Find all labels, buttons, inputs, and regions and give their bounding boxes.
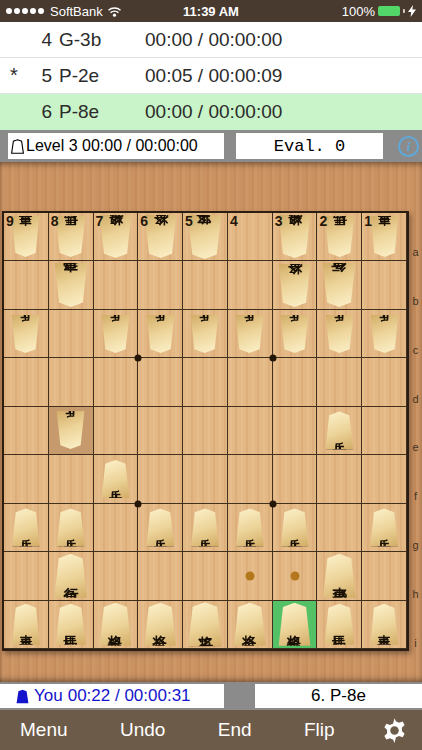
piece-silver-7a[interactable]: 銀将 — [99, 215, 132, 258]
square-4c[interactable]: 歩兵 — [228, 310, 273, 358]
gear-icon[interactable] — [381, 717, 408, 744]
square-5b[interactable] — [183, 261, 228, 309]
star-point — [135, 355, 142, 362]
square-2h[interactable]: 飛車 — [317, 552, 362, 600]
square-8g[interactable]: 歩兵 — [49, 504, 94, 552]
square-5h[interactable] — [183, 552, 228, 600]
square-8e[interactable]: 歩兵 — [49, 407, 94, 455]
square-3f[interactable] — [273, 455, 318, 503]
square-5d[interactable] — [183, 358, 228, 406]
square-7f[interactable]: 歩兵 — [94, 455, 139, 503]
last-move-text: 6. P-8e — [311, 686, 366, 706]
square-8d[interactable] — [49, 358, 94, 406]
square-1f[interactable] — [362, 455, 407, 503]
square-3h[interactable] — [273, 552, 318, 600]
sente-piece-icon — [16, 689, 29, 704]
square-1h[interactable] — [362, 552, 407, 600]
status-bar: SoftBank 11:39 AM 100% — [0, 0, 422, 22]
square-2d[interactable] — [317, 358, 362, 406]
square-8f[interactable] — [49, 455, 94, 503]
shogi-app: SoftBank 11:39 AM 100% 4G-3b00:00 / 00:0… — [0, 0, 422, 750]
piece-lance-9i[interactable]: 香車 — [11, 604, 40, 645]
square-8c[interactable] — [49, 310, 94, 358]
move-marker: * — [0, 64, 28, 87]
star-point — [135, 500, 142, 507]
piece-lance-9a[interactable]: 香車 — [11, 216, 40, 257]
clock: 11:39 AM — [183, 4, 239, 19]
shogi-board: 香車桂馬銀将金将王将銀将桂馬香車飛車金将角行歩兵歩兵歩兵歩兵歩兵歩兵歩兵歩兵歩兵… — [2, 211, 409, 651]
info-circle-icon[interactable]: i — [398, 136, 419, 157]
square-4g[interactable]: 歩兵 — [228, 504, 273, 552]
piece-pawn-4g[interactable]: 歩兵 — [235, 508, 264, 546]
star-point — [269, 355, 276, 362]
piece-pawn-4c[interactable]: 歩兵 — [235, 315, 264, 353]
eval-box: Eval. 0 — [236, 133, 383, 159]
rank-label: d — [409, 358, 422, 407]
file-label: 3 — [275, 213, 283, 229]
gote-piece-icon — [11, 139, 24, 154]
square-6h[interactable] — [138, 552, 183, 600]
file-label: 8 — [51, 213, 59, 229]
player-bar: You 00:22 / 00:00:31 6. P-8e — [0, 682, 422, 710]
square-3e[interactable] — [273, 407, 318, 455]
rank-label: e — [409, 407, 422, 456]
square-1e[interactable] — [362, 407, 407, 455]
square-5c[interactable]: 歩兵 — [183, 310, 228, 358]
piece-pawn-9c[interactable]: 歩兵 — [11, 315, 40, 353]
square-1b[interactable] — [362, 261, 407, 309]
square-4e[interactable] — [228, 407, 273, 455]
rank-label: i — [409, 602, 422, 651]
battery-icon — [378, 6, 400, 16]
toolbar-button-end[interactable]: End — [212, 715, 258, 745]
star-point — [269, 500, 276, 507]
square-6g[interactable]: 歩兵 — [138, 504, 183, 552]
file-label: 9 — [6, 213, 14, 229]
square-9f[interactable] — [4, 455, 49, 503]
square-8b[interactable]: 飛車 — [49, 261, 94, 309]
piece-bishop-2b[interactable]: 角行 — [322, 263, 356, 307]
file-label: 6 — [140, 213, 148, 229]
square-2c[interactable]: 歩兵 — [317, 310, 362, 358]
move-number: 6 — [28, 101, 52, 123]
eval-text: Eval. 0 — [274, 137, 345, 156]
move-time: 00:05 / 00:00:09 — [145, 65, 282, 87]
move-row[interactable]: 6P-8e00:00 / 00:00:00 — [0, 94, 422, 130]
rank-label: h — [409, 553, 422, 602]
piece-king-5i[interactable]: 玉将 — [187, 602, 222, 646]
rank-label: b — [409, 260, 422, 309]
toolbar-button-flip[interactable]: Flip — [298, 715, 341, 745]
piece-gold-3b[interactable]: 金将 — [278, 264, 311, 307]
carrier-name: SoftBank — [50, 4, 103, 19]
rank-label: a — [409, 211, 422, 260]
piece-pawn-1g[interactable]: 歩兵 — [370, 508, 399, 546]
move-row[interactable]: 4G-3b00:00 / 00:00:00 — [0, 22, 422, 58]
square-9e[interactable] — [4, 407, 49, 455]
piece-silver-3a[interactable]: 銀将 — [278, 215, 311, 258]
move-row[interactable]: *5P-2e00:05 / 00:00:09 — [0, 58, 422, 94]
square-4h[interactable] — [228, 552, 273, 600]
square-6e[interactable] — [138, 407, 183, 455]
player-time: 00:22 / 00:00:31 — [68, 686, 191, 706]
piece-pawn-8g[interactable]: 歩兵 — [56, 508, 85, 546]
charging-bolt-icon — [408, 5, 416, 17]
square-4d[interactable] — [228, 358, 273, 406]
square-7g[interactable] — [94, 504, 139, 552]
square-7h[interactable] — [94, 552, 139, 600]
square-9d[interactable] — [4, 358, 49, 406]
move-time: 00:00 / 00:00:00 — [145, 101, 282, 123]
piece-rook-8b[interactable]: 飛車 — [54, 263, 88, 307]
move-hint-dot — [245, 571, 254, 580]
square-3d[interactable] — [273, 358, 318, 406]
piece-pawn-6g[interactable]: 歩兵 — [146, 508, 175, 546]
toolbar-button-menu[interactable]: Menu — [14, 715, 74, 745]
square-5g[interactable]: 歩兵 — [183, 504, 228, 552]
piece-pawn-3g[interactable]: 歩兵 — [280, 508, 309, 546]
piece-pawn-5c[interactable]: 歩兵 — [190, 315, 219, 353]
piece-silver-7i[interactable]: 銀将 — [99, 603, 132, 646]
piece-bishop-8h[interactable]: 角行 — [54, 554, 88, 598]
piece-pawn-9g[interactable]: 歩兵 — [11, 508, 40, 546]
square-3c[interactable]: 歩兵 — [273, 310, 318, 358]
square-9c[interactable]: 歩兵 — [4, 310, 49, 358]
square-4b[interactable] — [228, 261, 273, 309]
move-notation: P-8e — [59, 101, 135, 123]
toolbar-button-undo[interactable]: Undo — [114, 715, 171, 745]
piece-pawn-3c[interactable]: 歩兵 — [280, 315, 309, 353]
file-label: 5 — [185, 213, 193, 229]
engine-level-box: Level 3 00:00 / 00:00:00 — [8, 133, 224, 159]
square-2b[interactable]: 角行 — [317, 261, 362, 309]
square-1g[interactable]: 歩兵 — [362, 504, 407, 552]
square-2g[interactable] — [317, 504, 362, 552]
rank-labels: abcdefghi — [409, 211, 422, 651]
move-number: 5 — [28, 65, 52, 87]
piece-gold-6a[interactable]: 金将 — [144, 215, 177, 258]
file-label: 1 — [364, 213, 372, 229]
square-3i[interactable]: 銀将 — [273, 601, 318, 649]
square-9i[interactable]: 香車 — [4, 601, 49, 649]
square-6c[interactable]: 歩兵 — [138, 310, 183, 358]
square-7i[interactable]: 銀将 — [94, 601, 139, 649]
move-number: 4 — [28, 29, 52, 51]
rank-label: f — [409, 455, 422, 504]
piece-lance-1a[interactable]: 香車 — [370, 216, 399, 257]
square-9b[interactable] — [4, 261, 49, 309]
move-notation: G-3b — [59, 29, 135, 51]
square-2i[interactable]: 桂馬 — [317, 601, 362, 649]
rank-label: c — [409, 309, 422, 358]
square-9g[interactable]: 歩兵 — [4, 504, 49, 552]
engine-level-text: Level 3 00:00 / 00:00:00 — [26, 137, 198, 155]
piece-silver-3i[interactable]: 銀将 — [278, 603, 311, 646]
piece-knight-8i[interactable]: 桂馬 — [55, 604, 86, 645]
square-7b[interactable] — [94, 261, 139, 309]
game-area: 香車桂馬銀将金将王将銀将桂馬香車飛車金将角行歩兵歩兵歩兵歩兵歩兵歩兵歩兵歩兵歩兵… — [0, 162, 422, 682]
move-time: 00:00 / 00:00:00 — [145, 29, 282, 51]
square-8i[interactable]: 桂馬 — [49, 601, 94, 649]
piece-pawn-7f[interactable]: 歩兵 — [101, 460, 130, 498]
square-4i[interactable]: 金将 — [228, 601, 273, 649]
piece-rook-2h[interactable]: 飛車 — [322, 554, 356, 598]
square-7e[interactable] — [94, 407, 139, 455]
piece-pawn-6c[interactable]: 歩兵 — [146, 315, 175, 353]
piece-pawn-2c[interactable]: 歩兵 — [325, 315, 354, 353]
square-2e[interactable]: 歩兵 — [317, 407, 362, 455]
battery-nub — [403, 9, 405, 13]
square-1d[interactable] — [362, 358, 407, 406]
piece-knight-2i[interactable]: 桂馬 — [324, 604, 355, 645]
last-move-box: 6. P-8e — [255, 684, 422, 708]
player-clock-box: You 00:22 / 00:00:31 — [0, 684, 224, 708]
signal-strength-icon — [6, 8, 44, 14]
square-5f[interactable] — [183, 455, 228, 503]
square-7c[interactable]: 歩兵 — [94, 310, 139, 358]
piece-pawn-7c[interactable]: 歩兵 — [101, 315, 130, 353]
piece-pawn-2e[interactable]: 歩兵 — [325, 411, 354, 449]
square-6b[interactable] — [138, 261, 183, 309]
piece-pawn-5g[interactable]: 歩兵 — [190, 508, 219, 546]
piece-pawn-1c[interactable]: 歩兵 — [370, 315, 399, 353]
square-9h[interactable] — [4, 552, 49, 600]
square-3g[interactable]: 歩兵 — [273, 504, 318, 552]
wifi-icon — [107, 6, 122, 17]
square-2f[interactable] — [317, 455, 362, 503]
battery-percent: 100% — [342, 4, 375, 19]
square-6f[interactable] — [138, 455, 183, 503]
file-label: 2 — [319, 213, 327, 229]
square-3b[interactable]: 金将 — [273, 261, 318, 309]
file-label: 7 — [96, 213, 104, 229]
piece-pawn-8e[interactable]: 歩兵 — [56, 411, 85, 449]
square-4f[interactable] — [228, 455, 273, 503]
engine-info-bar: Level 3 00:00 / 00:00:00 Eval. 0 i — [0, 130, 422, 162]
square-5e[interactable] — [183, 407, 228, 455]
piece-knight-8a[interactable]: 桂馬 — [55, 216, 86, 257]
file-label: 4 — [230, 213, 238, 229]
move-notation: P-2e — [59, 65, 135, 87]
rank-label: g — [409, 504, 422, 553]
player-label: You — [34, 686, 63, 706]
piece-knight-2a[interactable]: 桂馬 — [324, 216, 355, 257]
piece-gold-4i[interactable]: 金将 — [233, 603, 266, 646]
piece-gold-6i[interactable]: 金将 — [144, 603, 177, 646]
square-8h[interactable]: 角行 — [49, 552, 94, 600]
square-1c[interactable]: 歩兵 — [362, 310, 407, 358]
square-6d[interactable] — [138, 358, 183, 406]
piece-lance-1i[interactable]: 香車 — [370, 604, 399, 645]
square-7d[interactable] — [94, 358, 139, 406]
square-6i[interactable]: 金将 — [138, 601, 183, 649]
move-hint-dot — [290, 571, 299, 580]
square-1i[interactable]: 香車 — [362, 601, 407, 649]
square-5i[interactable]: 玉将 — [183, 601, 228, 649]
move-list: 4G-3b00:00 / 00:00:00*5P-2e00:05 / 00:00… — [0, 22, 422, 130]
bottom-toolbar: MenuUndoEndFlip — [0, 710, 422, 750]
